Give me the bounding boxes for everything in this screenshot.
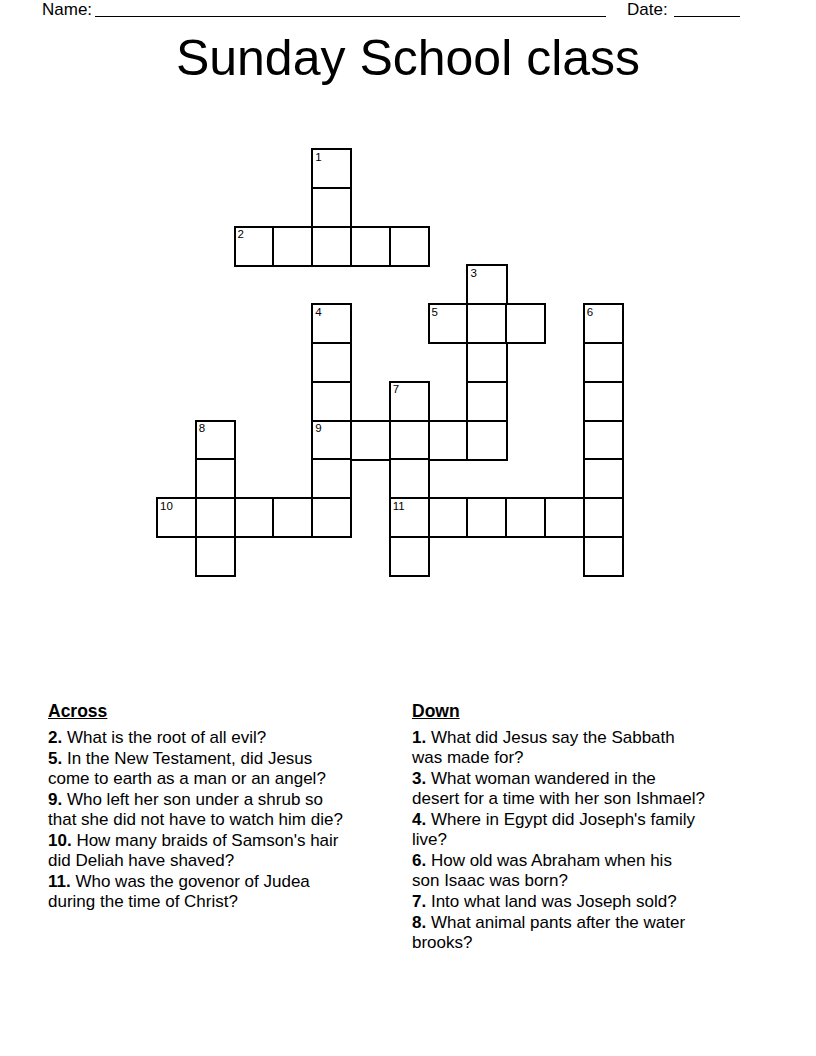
clue-number-9: 9 — [315, 422, 321, 435]
clue-num: 7. — [412, 892, 426, 911]
clue-text: Who was the govenor of Judea during the … — [48, 872, 310, 911]
clue-down-3: 3. What woman wandered in the desert for… — [412, 769, 804, 809]
cell-r3c8[interactable]: 3 — [466, 264, 507, 305]
clue-number-4: 4 — [315, 306, 321, 319]
cell-r4c4[interactable]: 4 — [311, 303, 352, 344]
cell-r9c2[interactable] — [234, 497, 275, 538]
cell-r10c6[interactable] — [389, 536, 430, 577]
clue-num: 8. — [412, 913, 426, 932]
name-blank-line[interactable] — [95, 0, 606, 17]
clue-text: What woman wandered in the desert for a … — [412, 769, 705, 808]
clue-number-1: 1 — [315, 151, 321, 164]
clue-num: 10. — [48, 831, 72, 850]
cell-r4c9[interactable] — [505, 303, 546, 344]
cell-r8c6[interactable] — [389, 458, 430, 499]
cell-r2c2[interactable]: 2 — [234, 226, 275, 267]
clue-text: How old was Abraham when his son Isaac w… — [412, 851, 672, 890]
down-heading: Down — [412, 701, 804, 721]
cell-r6c6[interactable]: 7 — [389, 381, 430, 422]
cell-r5c11[interactable] — [583, 342, 624, 383]
clue-num: 1. — [412, 728, 426, 747]
cell-r0c4[interactable]: 1 — [311, 148, 352, 189]
clue-num: 2. — [48, 728, 62, 747]
across-heading: Across — [48, 701, 410, 721]
clue-num: 5. — [48, 749, 62, 768]
cell-r4c11[interactable]: 6 — [583, 303, 624, 344]
cell-r7c6[interactable] — [389, 420, 430, 461]
date-label: Date: — [627, 1, 668, 19]
puzzle-title: Sunday School class — [0, 28, 816, 88]
cell-r6c11[interactable] — [583, 381, 624, 422]
cell-r4c7[interactable]: 5 — [428, 303, 469, 344]
clue-down-4: 4. Where in Egypt did Joseph's family li… — [412, 810, 804, 850]
clue-across-10: 10. How many braids of Samson's hair did… — [48, 831, 410, 871]
clue-down-6: 6. How old was Abraham when his son Isaa… — [412, 851, 804, 891]
cell-r8c4[interactable] — [311, 458, 352, 499]
clue-text: How many braids of Samson's hair did Del… — [48, 831, 339, 870]
cell-r2c6[interactable] — [389, 226, 430, 267]
cell-r9c3[interactable] — [272, 497, 313, 538]
date-blank-line[interactable] — [674, 0, 740, 17]
name-label: Name: — [42, 1, 92, 19]
cell-r10c11[interactable] — [583, 536, 624, 577]
cell-r9c8[interactable] — [466, 497, 507, 538]
cell-r5c8[interactable] — [466, 342, 507, 383]
cell-r2c4[interactable] — [311, 226, 352, 267]
cell-r9c6[interactable]: 11 — [389, 497, 430, 538]
clue-across-9: 9. Who left her son under a shrub so tha… — [48, 790, 410, 830]
clue-text: In the New Testament, did Jesus come to … — [48, 749, 326, 788]
cell-r7c8[interactable] — [466, 420, 507, 461]
cell-r1c4[interactable] — [311, 187, 352, 228]
cell-r6c4[interactable] — [311, 381, 352, 422]
clue-number-3: 3 — [470, 267, 476, 280]
cell-r9c10[interactable] — [544, 497, 585, 538]
cell-r9c7[interactable] — [428, 497, 469, 538]
clue-across-11: 11. Who was the govenor of Judea during … — [48, 872, 410, 912]
clue-down-1: 1. What did Jesus say the Sabbath was ma… — [412, 728, 804, 768]
clue-num: 11. — [48, 872, 71, 891]
clue-num: 3. — [412, 769, 426, 788]
clue-down-7: 7. Into what land was Joseph sold? — [412, 892, 804, 912]
cell-r7c7[interactable] — [428, 420, 469, 461]
cell-r9c1[interactable] — [195, 497, 236, 538]
clue-number-8: 8 — [199, 422, 205, 435]
cell-r8c11[interactable] — [583, 458, 624, 499]
clue-text: What is the root of all evil? — [67, 728, 266, 747]
clue-num: 4. — [412, 810, 426, 829]
clue-text: What did Jesus say the Sabbath was made … — [412, 728, 675, 767]
clue-across-5: 5. In the New Testament, did Jesus come … — [48, 749, 410, 789]
cell-r7c11[interactable] — [583, 420, 624, 461]
cell-r2c3[interactable] — [272, 226, 313, 267]
clue-text: Who left her son under a shrub so that s… — [48, 790, 343, 829]
clue-text: What animal pants after the water brooks… — [412, 913, 685, 952]
down-clues-column: Down 1. What did Jesus say the Sabbath w… — [412, 701, 804, 954]
cell-r6c8[interactable] — [466, 381, 507, 422]
clue-number-5: 5 — [432, 306, 438, 319]
cell-r10c1[interactable] — [195, 536, 236, 577]
cell-r9c0[interactable]: 10 — [156, 497, 197, 538]
clue-number-11: 11 — [393, 500, 405, 513]
cell-r7c4[interactable]: 9 — [311, 420, 352, 461]
clue-down-8: 8. What animal pants after the water bro… — [412, 913, 804, 953]
cell-r7c1[interactable]: 8 — [195, 420, 236, 461]
cell-r4c8[interactable] — [466, 303, 507, 344]
cell-r7c5[interactable] — [350, 420, 391, 461]
cell-r8c1[interactable] — [195, 458, 236, 499]
across-clues-column: Across 2. What is the root of all evil? … — [48, 701, 410, 913]
clue-number-2: 2 — [238, 228, 244, 241]
clue-number-10: 10 — [160, 500, 173, 513]
clue-text: Where in Egypt did Joseph's family live? — [412, 810, 695, 849]
cell-r9c11[interactable] — [583, 497, 624, 538]
clue-text: Into what land was Joseph sold? — [431, 892, 677, 911]
cell-r9c4[interactable] — [311, 497, 352, 538]
crossword-grid: 1234567891011 — [156, 148, 625, 578]
cell-r9c9[interactable] — [505, 497, 546, 538]
cell-r2c5[interactable] — [350, 226, 391, 267]
clue-across-2: 2. What is the root of all evil? — [48, 728, 410, 748]
cell-r5c4[interactable] — [311, 342, 352, 383]
clue-num: 9. — [48, 790, 62, 809]
clue-number-7: 7 — [393, 383, 399, 396]
worksheet-page: Name: Date: Sunday School class 12345678… — [0, 0, 816, 1056]
clue-number-6: 6 — [587, 306, 593, 319]
clue-num: 6. — [412, 851, 426, 870]
